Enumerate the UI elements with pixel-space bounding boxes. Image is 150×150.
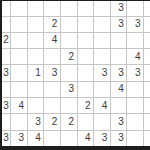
grid-cell[interactable]: 3: [94, 131, 110, 146]
grid-cell[interactable]: 3: [28, 114, 44, 129]
grid-cell[interactable]: 3: [111, 131, 127, 146]
grid-cell[interactable]: [28, 49, 44, 64]
grid-cell[interactable]: [11, 82, 27, 97]
grid-cell[interactable]: [11, 114, 27, 129]
grid-cell[interactable]: 2: [61, 114, 77, 129]
grid-cell[interactable]: [144, 33, 150, 48]
grid-cell[interactable]: [2, 49, 10, 64]
grid-cell[interactable]: 4: [111, 82, 127, 97]
grid-cell[interactable]: [144, 131, 150, 146]
grid-cell[interactable]: [28, 1, 44, 16]
grid-cell[interactable]: [127, 82, 143, 97]
grid-cell[interactable]: 2: [44, 114, 60, 129]
grid-cell[interactable]: [28, 82, 44, 97]
puzzle-grid: 323324243133333434243223334433: [2, 1, 150, 146]
grid-cell[interactable]: [144, 98, 150, 113]
grid-cell[interactable]: [61, 131, 77, 146]
grid-cell[interactable]: [144, 1, 150, 16]
grid-cell[interactable]: [61, 17, 77, 32]
grid-cell[interactable]: [2, 114, 10, 129]
grid-cell[interactable]: [61, 65, 77, 80]
grid-cell[interactable]: [11, 1, 27, 16]
grid-cell[interactable]: [111, 33, 127, 48]
grid-cell[interactable]: 3: [61, 82, 77, 97]
grid-cell[interactable]: [61, 1, 77, 16]
grid-cell[interactable]: [94, 33, 110, 48]
grid-cell[interactable]: [94, 1, 110, 16]
grid-cell[interactable]: [127, 33, 143, 48]
grid-cell[interactable]: [78, 1, 94, 16]
grid-cell[interactable]: 3: [2, 131, 10, 146]
grid-cell[interactable]: [2, 17, 10, 32]
grid-cell[interactable]: [144, 82, 150, 97]
grid-cell[interactable]: 4: [94, 98, 110, 113]
grid-cell[interactable]: 3: [111, 65, 127, 80]
grid-cell[interactable]: [94, 82, 110, 97]
grid-cell[interactable]: 3: [111, 17, 127, 32]
grid-cell[interactable]: 3: [127, 17, 143, 32]
grid-cell[interactable]: [11, 33, 27, 48]
puzzle-board: 323324243133333434243223334433: [0, 0, 150, 150]
grid-cell[interactable]: [78, 114, 94, 129]
grid-cell[interactable]: [11, 17, 27, 32]
grid-cell[interactable]: [61, 98, 77, 113]
grid-cell[interactable]: [94, 17, 110, 32]
grid-cell[interactable]: 3: [111, 114, 127, 129]
grid-cell[interactable]: [78, 49, 94, 64]
grid-cell[interactable]: 3: [11, 131, 27, 146]
grid-cell[interactable]: [2, 82, 10, 97]
grid-cell[interactable]: [78, 65, 94, 80]
grid-cell[interactable]: 4: [78, 131, 94, 146]
grid-cell[interactable]: [127, 98, 143, 113]
grid-cell[interactable]: [94, 49, 110, 64]
board-border-bottom: [0, 146, 150, 150]
grid-cell[interactable]: 3: [111, 1, 127, 16]
grid-cell[interactable]: [78, 33, 94, 48]
grid-cell[interactable]: 4: [44, 33, 60, 48]
grid-cell[interactable]: [44, 98, 60, 113]
grid-cell[interactable]: [127, 114, 143, 129]
grid-cell[interactable]: [28, 33, 44, 48]
grid-cell[interactable]: 4: [28, 131, 44, 146]
grid-cell[interactable]: [111, 49, 127, 64]
grid-cell[interactable]: [78, 82, 94, 97]
grid-cell[interactable]: [144, 17, 150, 32]
grid-cell[interactable]: 3: [94, 65, 110, 80]
grid-cell[interactable]: 2: [2, 33, 10, 48]
grid-cell[interactable]: [78, 17, 94, 32]
grid-cell[interactable]: [127, 131, 143, 146]
grid-cell[interactable]: [44, 1, 60, 16]
grid-cell[interactable]: [44, 82, 60, 97]
grid-cell[interactable]: [127, 1, 143, 16]
grid-cell[interactable]: 3: [44, 65, 60, 80]
grid-cell[interactable]: [144, 65, 150, 80]
board-border-top: [0, 0, 150, 1]
grid-cell[interactable]: [61, 33, 77, 48]
grid-cell[interactable]: [44, 49, 60, 64]
grid-cell[interactable]: [111, 98, 127, 113]
grid-cell[interactable]: 3: [2, 98, 10, 113]
grid-cell[interactable]: [44, 131, 60, 146]
grid-cell[interactable]: 3: [127, 65, 143, 80]
grid-cell[interactable]: 4: [127, 49, 143, 64]
grid-cell[interactable]: 2: [78, 98, 94, 113]
grid-cell[interactable]: 2: [61, 49, 77, 64]
grid-cell[interactable]: [28, 17, 44, 32]
grid-cell[interactable]: [28, 98, 44, 113]
grid-cell[interactable]: 4: [11, 98, 27, 113]
grid-cell[interactable]: [94, 114, 110, 129]
grid-cell[interactable]: [144, 114, 150, 129]
grid-cell[interactable]: 1: [28, 65, 44, 80]
grid-cell[interactable]: [144, 49, 150, 64]
grid-cell[interactable]: [2, 1, 10, 16]
grid-cell[interactable]: [11, 49, 27, 64]
grid-cell[interactable]: 2: [44, 17, 60, 32]
board-border-left: [0, 0, 2, 150]
grid-cell[interactable]: 3: [2, 65, 10, 80]
grid-cell[interactable]: [11, 65, 27, 80]
